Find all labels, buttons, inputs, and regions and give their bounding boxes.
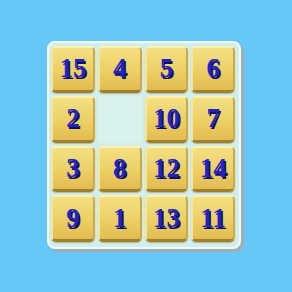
tile-12[interactable]: 12: [145, 146, 189, 193]
tile-5[interactable]: 5: [145, 46, 189, 93]
tile-10[interactable]: 10: [145, 96, 189, 143]
tile-11[interactable]: 11: [191, 195, 235, 242]
tile-15[interactable]: 15: [51, 46, 95, 93]
tile-14[interactable]: 14: [191, 146, 235, 193]
puzzle-board: 154562107381214911311: [47, 41, 241, 249]
tile-7[interactable]: 7: [191, 96, 235, 143]
tile-13[interactable]: 13: [145, 195, 189, 242]
app-background: 154562107381214911311: [0, 0, 292, 292]
tile-9[interactable]: 9: [51, 195, 95, 242]
tile-4[interactable]: 4: [98, 46, 142, 93]
tile-grid: 154562107381214911311: [49, 43, 239, 247]
tile-1[interactable]: 1: [98, 195, 142, 242]
tile-3[interactable]: 3: [51, 146, 95, 193]
tile-2[interactable]: 2: [51, 96, 95, 143]
tile-8[interactable]: 8: [98, 146, 142, 193]
empty-cell: [98, 96, 142, 143]
tile-6[interactable]: 6: [191, 46, 235, 93]
